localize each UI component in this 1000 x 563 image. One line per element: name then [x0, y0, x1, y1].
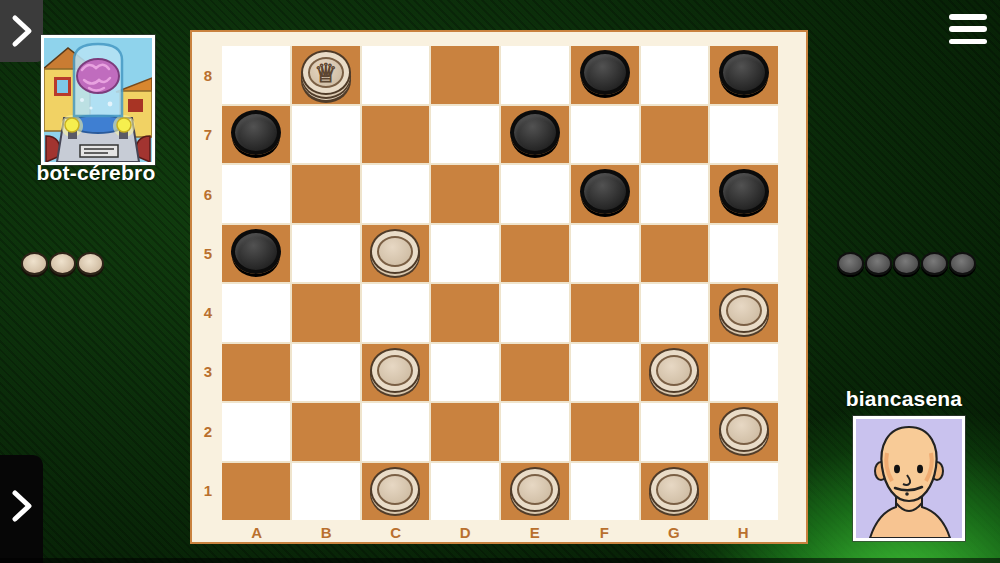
square-a3[interactable]: [222, 344, 290, 402]
app-background: bot-cérebro 87654321 ♕ ABCDEFGH biancase…: [0, 0, 1000, 563]
square-b7[interactable]: [292, 106, 360, 164]
menu-bar-icon: [949, 14, 987, 20]
square-h7[interactable]: [710, 106, 778, 164]
square-f2[interactable]: [571, 403, 639, 461]
square-a8[interactable]: [222, 46, 290, 104]
square-d3[interactable]: [431, 344, 499, 402]
square-f5[interactable]: [571, 225, 639, 283]
square-g6[interactable]: [641, 165, 709, 223]
file-label-h: H: [709, 520, 779, 544]
square-c8[interactable]: [362, 46, 430, 104]
square-c1[interactable]: [362, 463, 430, 521]
square-f8[interactable]: [571, 46, 639, 104]
square-e5[interactable]: [501, 225, 569, 283]
square-f3[interactable]: [571, 344, 639, 402]
avatar-right-player: [853, 416, 965, 541]
bald-head-avatar-image: [856, 419, 962, 538]
piece-black-man[interactable]: [231, 229, 281, 274]
square-c3[interactable]: [362, 344, 430, 402]
piece-white-man[interactable]: [649, 467, 699, 512]
square-h5[interactable]: [710, 225, 778, 283]
piece-white-man[interactable]: [370, 467, 420, 512]
captured-white-piece: [21, 252, 48, 275]
square-c4[interactable]: [362, 284, 430, 342]
square-h3[interactable]: [710, 344, 778, 402]
square-f4[interactable]: [571, 284, 639, 342]
square-d2[interactable]: [431, 403, 499, 461]
brain-in-jar-avatar-image: [44, 38, 152, 162]
menu-bar-icon: [949, 26, 987, 32]
file-label-a: A: [222, 520, 292, 544]
captured-black-piece: [921, 252, 948, 275]
square-a7[interactable]: [222, 106, 290, 164]
captured-white-piece: [49, 252, 76, 275]
piece-black-man[interactable]: [510, 110, 560, 155]
square-a6[interactable]: [222, 165, 290, 223]
square-a1[interactable]: [222, 463, 290, 521]
piece-white-man[interactable]: [719, 407, 769, 452]
piece-black-man[interactable]: [231, 110, 281, 155]
square-g2[interactable]: [641, 403, 709, 461]
expand-panel-button-top[interactable]: [0, 0, 43, 62]
square-c5[interactable]: [362, 225, 430, 283]
rank-label-8: 8: [192, 46, 224, 105]
menu-bar-icon: [949, 39, 987, 45]
file-label-d: D: [431, 520, 501, 544]
piece-black-man[interactable]: [719, 50, 769, 95]
captured-pieces-tray-left: [21, 252, 104, 275]
captured-pieces-tray-right: [837, 252, 976, 275]
player-name-right: biancasena: [813, 387, 995, 411]
rank-label-5: 5: [192, 224, 224, 283]
piece-white-man[interactable]: [719, 288, 769, 333]
square-b2[interactable]: [292, 403, 360, 461]
square-d5[interactable]: [431, 225, 499, 283]
square-g1[interactable]: [641, 463, 709, 521]
square-e6[interactable]: [501, 165, 569, 223]
expand-panel-button-bottom[interactable]: [0, 455, 43, 563]
square-b3[interactable]: [292, 344, 360, 402]
square-d1[interactable]: [431, 463, 499, 521]
board-grid: ♕: [222, 46, 778, 520]
player-name-left: bot-cérebro: [0, 161, 192, 185]
square-a4[interactable]: [222, 284, 290, 342]
square-d4[interactable]: [431, 284, 499, 342]
square-f1[interactable]: [571, 463, 639, 521]
bottom-vignette: [0, 558, 1000, 563]
square-b5[interactable]: [292, 225, 360, 283]
square-f7[interactable]: [571, 106, 639, 164]
hamburger-menu-button[interactable]: [949, 14, 987, 44]
square-b6[interactable]: [292, 165, 360, 223]
file-label-f: F: [570, 520, 640, 544]
square-a5[interactable]: [222, 225, 290, 283]
rank-label-7: 7: [192, 105, 224, 164]
chevron-right-icon: [9, 13, 35, 49]
piece-black-man[interactable]: [580, 169, 630, 214]
square-e1[interactable]: [501, 463, 569, 521]
piece-white-man[interactable]: [510, 467, 560, 512]
piece-black-man[interactable]: [719, 169, 769, 214]
file-label-e: E: [500, 520, 570, 544]
square-g4[interactable]: [641, 284, 709, 342]
square-b8[interactable]: ♕: [292, 46, 360, 104]
square-h2[interactable]: [710, 403, 778, 461]
rank-label-3: 3: [192, 342, 224, 401]
square-c6[interactable]: [362, 165, 430, 223]
square-h6[interactable]: [710, 165, 778, 223]
captured-black-piece: [949, 252, 976, 275]
captured-black-piece: [865, 252, 892, 275]
square-e8[interactable]: [501, 46, 569, 104]
captured-black-piece: [837, 252, 864, 275]
square-a2[interactable]: [222, 403, 290, 461]
square-d8[interactable]: [431, 46, 499, 104]
square-g7[interactable]: [641, 106, 709, 164]
rank-label-4: 4: [192, 283, 224, 342]
rank-label-2: 2: [192, 402, 224, 461]
square-g8[interactable]: [641, 46, 709, 104]
piece-white-man[interactable]: [649, 348, 699, 393]
square-h8[interactable]: [710, 46, 778, 104]
file-labels: ABCDEFGH: [222, 520, 778, 544]
checkers-board: 87654321 ♕ ABCDEFGH: [190, 30, 808, 544]
square-h1[interactable]: [710, 463, 778, 521]
square-c7[interactable]: [362, 106, 430, 164]
square-h4[interactable]: [710, 284, 778, 342]
piece-black-man[interactable]: [580, 50, 630, 95]
rank-labels: 87654321: [192, 46, 224, 520]
square-c2[interactable]: [362, 403, 430, 461]
piece-white-man[interactable]: [370, 229, 420, 274]
captured-black-piece: [893, 252, 920, 275]
king-crown-icon: ♕: [303, 52, 349, 93]
avatar-left-player: [41, 35, 155, 165]
rank-label-6: 6: [192, 165, 224, 224]
file-label-g: G: [639, 520, 709, 544]
square-e3[interactable]: [501, 344, 569, 402]
square-b4[interactable]: [292, 284, 360, 342]
square-f6[interactable]: [571, 165, 639, 223]
square-e7[interactable]: [501, 106, 569, 164]
square-g5[interactable]: [641, 225, 709, 283]
square-e2[interactable]: [501, 403, 569, 461]
file-label-c: C: [361, 520, 431, 544]
square-d7[interactable]: [431, 106, 499, 164]
square-e4[interactable]: [501, 284, 569, 342]
chevron-right-icon: [9, 488, 35, 524]
square-d6[interactable]: [431, 165, 499, 223]
piece-white-man[interactable]: [370, 348, 420, 393]
file-label-b: B: [292, 520, 362, 544]
captured-white-piece: [77, 252, 104, 275]
rank-label-1: 1: [192, 461, 224, 520]
square-b1[interactable]: [292, 463, 360, 521]
piece-white-king[interactable]: ♕: [301, 50, 351, 95]
square-g3[interactable]: [641, 344, 709, 402]
